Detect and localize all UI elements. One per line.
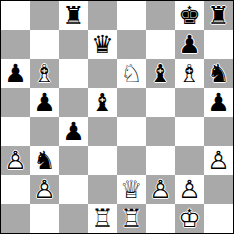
piece-white-bishop: ♝♗ xyxy=(178,61,200,86)
piece-white-pawn: ♟♙ xyxy=(178,177,200,202)
piece-black-pawn: ♟ xyxy=(207,90,229,115)
piece-black-king: ♚ xyxy=(178,3,200,28)
chess-board: ♜♚♜♛♟♟♝♗♞♘♝♝♗♞♟♝♟♟♟♙♞♟♙♟♙♛♕♟♙♟♙♜♖♜♖♚♔ xyxy=(1,1,233,233)
piece-black-knight: ♞ xyxy=(207,61,229,86)
square-h1[interactable] xyxy=(204,204,233,233)
square-e1[interactable]: ♜♖ xyxy=(117,204,146,233)
piece-white-bishop-outline: ♗ xyxy=(33,61,55,86)
square-d7[interactable]: ♛ xyxy=(88,30,117,59)
square-b7[interactable] xyxy=(30,30,59,59)
square-a3[interactable]: ♟♙ xyxy=(1,146,30,175)
square-h2[interactable] xyxy=(204,175,233,204)
square-a8[interactable] xyxy=(1,1,30,30)
square-b3[interactable]: ♞ xyxy=(30,146,59,175)
square-d6[interactable] xyxy=(88,59,117,88)
piece-black-queen: ♛ xyxy=(91,32,113,57)
square-h4[interactable] xyxy=(204,117,233,146)
square-a2[interactable] xyxy=(1,175,30,204)
chess-board-frame: ♜♚♜♛♟♟♝♗♞♘♝♝♗♞♟♝♟♟♟♙♞♟♙♟♙♛♕♟♙♟♙♜♖♜♖♚♔ xyxy=(0,0,234,234)
square-e4[interactable] xyxy=(117,117,146,146)
piece-white-queen-outline: ♕ xyxy=(120,177,142,202)
piece-white-knight-outline: ♘ xyxy=(120,61,142,86)
piece-white-pawn-outline: ♙ xyxy=(33,177,55,202)
piece-black-rook: ♜ xyxy=(207,3,229,28)
piece-white-rook: ♜♖ xyxy=(91,206,113,231)
square-g8[interactable]: ♚ xyxy=(175,1,204,30)
square-b6[interactable]: ♝♗ xyxy=(30,59,59,88)
piece-white-pawn: ♟♙ xyxy=(149,177,171,202)
piece-white-pawn-outline: ♙ xyxy=(149,177,171,202)
square-g7[interactable]: ♟ xyxy=(175,30,204,59)
square-d5[interactable]: ♝ xyxy=(88,88,117,117)
square-c2[interactable] xyxy=(59,175,88,204)
square-d4[interactable] xyxy=(88,117,117,146)
square-g3[interactable] xyxy=(175,146,204,175)
square-b4[interactable] xyxy=(30,117,59,146)
square-f6[interactable]: ♝ xyxy=(146,59,175,88)
square-b8[interactable] xyxy=(30,1,59,30)
piece-white-pawn-outline: ♙ xyxy=(178,177,200,202)
square-d3[interactable] xyxy=(88,146,117,175)
square-a1[interactable] xyxy=(1,204,30,233)
square-d8[interactable] xyxy=(88,1,117,30)
piece-white-pawn-outline: ♙ xyxy=(4,148,26,173)
piece-white-king: ♚♔ xyxy=(178,206,200,231)
square-h6[interactable]: ♞ xyxy=(204,59,233,88)
square-c1[interactable] xyxy=(59,204,88,233)
square-b5[interactable]: ♟ xyxy=(30,88,59,117)
piece-black-bishop: ♝ xyxy=(91,90,113,115)
square-f2[interactable]: ♟♙ xyxy=(146,175,175,204)
piece-white-pawn: ♟♙ xyxy=(33,177,55,202)
piece-white-bishop: ♝♗ xyxy=(33,61,55,86)
piece-black-knight: ♞ xyxy=(33,148,55,173)
square-f8[interactable] xyxy=(146,1,175,30)
square-h8[interactable]: ♜ xyxy=(204,1,233,30)
square-a7[interactable] xyxy=(1,30,30,59)
square-c4[interactable]: ♟ xyxy=(59,117,88,146)
piece-white-rook-outline: ♖ xyxy=(120,206,142,231)
piece-black-rook: ♜ xyxy=(62,3,84,28)
piece-black-pawn: ♟ xyxy=(33,90,55,115)
square-g2[interactable]: ♟♙ xyxy=(175,175,204,204)
square-e2[interactable]: ♛♕ xyxy=(117,175,146,204)
square-h5[interactable]: ♟ xyxy=(204,88,233,117)
square-d2[interactable] xyxy=(88,175,117,204)
square-f1[interactable] xyxy=(146,204,175,233)
piece-black-bishop: ♝ xyxy=(149,61,171,86)
square-f7[interactable] xyxy=(146,30,175,59)
square-f4[interactable] xyxy=(146,117,175,146)
square-h3[interactable]: ♟♙ xyxy=(204,146,233,175)
square-g1[interactable]: ♚♔ xyxy=(175,204,204,233)
square-e8[interactable] xyxy=(117,1,146,30)
piece-white-knight: ♞♘ xyxy=(120,61,142,86)
piece-white-pawn-outline: ♙ xyxy=(207,148,229,173)
piece-white-queen: ♛♕ xyxy=(120,177,142,202)
square-e7[interactable] xyxy=(117,30,146,59)
square-g5[interactable] xyxy=(175,88,204,117)
square-e6[interactable]: ♞♘ xyxy=(117,59,146,88)
square-g4[interactable] xyxy=(175,117,204,146)
square-f3[interactable] xyxy=(146,146,175,175)
square-e5[interactable] xyxy=(117,88,146,117)
square-c5[interactable] xyxy=(59,88,88,117)
square-c7[interactable] xyxy=(59,30,88,59)
piece-white-king-outline: ♔ xyxy=(178,206,200,231)
piece-black-pawn: ♟ xyxy=(178,32,200,57)
piece-white-pawn: ♟♙ xyxy=(207,148,229,173)
square-d1[interactable]: ♜♖ xyxy=(88,204,117,233)
square-c6[interactable] xyxy=(59,59,88,88)
piece-white-bishop-outline: ♗ xyxy=(178,61,200,86)
piece-white-rook-outline: ♖ xyxy=(91,206,113,231)
square-e3[interactable] xyxy=(117,146,146,175)
square-c3[interactable] xyxy=(59,146,88,175)
square-a6[interactable]: ♟ xyxy=(1,59,30,88)
square-h7[interactable] xyxy=(204,30,233,59)
piece-black-pawn: ♟ xyxy=(62,119,84,144)
square-g6[interactable]: ♝♗ xyxy=(175,59,204,88)
square-c8[interactable]: ♜ xyxy=(59,1,88,30)
piece-white-pawn: ♟♙ xyxy=(4,148,26,173)
piece-white-rook: ♜♖ xyxy=(120,206,142,231)
piece-black-pawn: ♟ xyxy=(4,61,26,86)
square-a5[interactable] xyxy=(1,88,30,117)
square-a4[interactable] xyxy=(1,117,30,146)
square-b2[interactable]: ♟♙ xyxy=(30,175,59,204)
square-b1[interactable] xyxy=(30,204,59,233)
square-f5[interactable] xyxy=(146,88,175,117)
